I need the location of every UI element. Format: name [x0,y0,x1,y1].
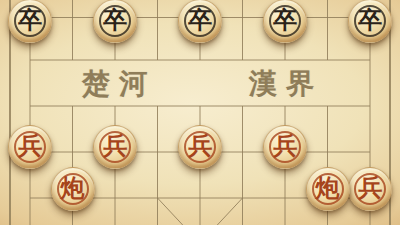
piece-glyph: 兵 [103,134,127,158]
river-label-chu-he: 楚河 [78,70,156,98]
piece-glyph: 炮 [61,176,85,200]
piece-glyph: 卒 [273,8,297,32]
piece-red-cannon[interactable]: 炮 [306,167,350,211]
piece-glyph: 卒 [18,8,42,32]
piece-red-soldier[interactable]: 兵 [263,125,307,169]
piece-red-soldier[interactable]: 兵 [348,167,392,211]
xiangqi-board[interactable]: 楚河 漢界 卒卒卒卒卒兵兵兵兵兵炮炮 [0,0,400,225]
piece-glyph: 兵 [18,134,42,158]
piece-black-soldier[interactable]: 卒 [178,0,222,43]
river-label-han-jie: 漢界 [245,70,323,98]
piece-black-soldier[interactable]: 卒 [8,0,52,43]
piece-glyph: 卒 [358,8,382,32]
piece-red-cannon[interactable]: 炮 [51,167,95,211]
piece-red-soldier[interactable]: 兵 [93,125,137,169]
piece-glyph: 兵 [188,134,212,158]
piece-glyph: 兵 [358,176,382,200]
piece-black-soldier[interactable]: 卒 [348,0,392,43]
piece-glyph: 卒 [188,8,212,32]
piece-glyph: 兵 [273,134,297,158]
piece-red-soldier[interactable]: 兵 [8,125,52,169]
piece-black-soldier[interactable]: 卒 [93,0,137,43]
piece-red-soldier[interactable]: 兵 [178,125,222,169]
piece-glyph: 炮 [316,176,340,200]
piece-glyph: 卒 [103,8,127,32]
piece-black-soldier[interactable]: 卒 [263,0,307,43]
